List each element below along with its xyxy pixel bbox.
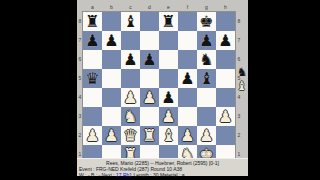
square-a3[interactable] bbox=[83, 107, 102, 126]
coord-label-c: c bbox=[121, 3, 140, 11]
piece-white-pawn[interactable]: ♟ bbox=[142, 88, 156, 107]
square-b6[interactable] bbox=[102, 50, 121, 69]
square-g8[interactable]: ♚ bbox=[197, 12, 216, 31]
square-f4[interactable] bbox=[178, 88, 197, 107]
square-h2[interactable] bbox=[216, 126, 235, 145]
square-f8[interactable] bbox=[178, 12, 197, 31]
square-e6[interactable] bbox=[159, 50, 178, 69]
piece-white-pawn[interactable]: ♟ bbox=[180, 126, 194, 145]
coord-label-b: b bbox=[102, 3, 121, 11]
square-e7[interactable] bbox=[159, 31, 178, 50]
square-c3[interactable]: ♞ bbox=[121, 107, 140, 126]
square-b5[interactable] bbox=[102, 69, 121, 88]
piece-white-pawn[interactable]: ♟ bbox=[199, 126, 213, 145]
square-d4[interactable]: ♟ bbox=[140, 88, 159, 107]
square-c2[interactable]: ♛ bbox=[121, 126, 140, 145]
square-b2[interactable]: ♟ bbox=[102, 126, 121, 145]
coord-label-f: f bbox=[178, 3, 197, 11]
piece-white-pawn[interactable]: ♟ bbox=[161, 107, 175, 126]
square-f3[interactable] bbox=[178, 107, 197, 126]
coord-label-2: 2 bbox=[236, 126, 242, 145]
chess-board: ♜♝♜♚♟♟♟♟♟♟♞♛♟♝♟♟♟♞♟♟♟♟♛♜♝♟♟♜♞♚ bbox=[83, 12, 235, 164]
square-d7[interactable] bbox=[140, 31, 159, 50]
piece-white-rook[interactable]: ♜ bbox=[142, 126, 156, 145]
square-b8[interactable] bbox=[102, 12, 121, 31]
square-g6[interactable]: ♞ bbox=[197, 50, 216, 69]
square-g4[interactable] bbox=[197, 88, 216, 107]
square-a7[interactable]: ♟ bbox=[83, 31, 102, 50]
piece-white-pawn[interactable]: ♟ bbox=[123, 88, 137, 107]
square-a4[interactable] bbox=[83, 88, 102, 107]
square-a8[interactable]: ♜ bbox=[83, 12, 102, 31]
coord-label-e: e bbox=[159, 3, 178, 11]
coord-label-3: 3 bbox=[236, 107, 242, 126]
piece-black-queen[interactable]: ♛ bbox=[85, 69, 99, 88]
next-move-label: 17.Rb1 bbox=[116, 172, 132, 178]
square-a5[interactable]: ♛ bbox=[83, 69, 102, 88]
square-e3[interactable]: ♟ bbox=[159, 107, 178, 126]
piece-white-queen[interactable]: ♛ bbox=[123, 126, 137, 145]
piece-black-bishop[interactable]: ♝ bbox=[199, 69, 213, 88]
square-d8[interactable] bbox=[140, 12, 159, 31]
piece-black-pawn[interactable]: ♟ bbox=[161, 88, 175, 107]
square-e5[interactable] bbox=[159, 69, 178, 88]
captured-pieces-tray: ♞♝ bbox=[236, 65, 248, 95]
coord-label-d: d bbox=[140, 3, 159, 11]
piece-black-pawn[interactable]: ♟ bbox=[218, 31, 232, 50]
captured-white-bishop-icon: ♝ bbox=[237, 79, 248, 93]
piece-white-pawn[interactable]: ♟ bbox=[218, 107, 232, 126]
square-d3[interactable] bbox=[140, 107, 159, 126]
square-f6[interactable] bbox=[178, 50, 197, 69]
coord-label-h: h bbox=[216, 3, 235, 11]
piece-white-pawn[interactable]: ♟ bbox=[85, 126, 99, 145]
captured-black-knight-icon: ♞ bbox=[237, 65, 248, 79]
square-h4[interactable] bbox=[216, 88, 235, 107]
square-f5[interactable]: ♟ bbox=[178, 69, 197, 88]
game-info-bar: Rees, Mario (2285) -- Huebner, Robert (2… bbox=[77, 158, 248, 176]
square-e8[interactable]: ♜ bbox=[159, 12, 178, 31]
piece-black-king[interactable]: ♚ bbox=[199, 12, 213, 31]
piece-black-pawn[interactable]: ♟ bbox=[85, 31, 99, 50]
piece-black-pawn[interactable]: ♟ bbox=[142, 50, 156, 69]
square-f2[interactable]: ♟ bbox=[178, 126, 197, 145]
square-d2[interactable]: ♜ bbox=[140, 126, 159, 145]
video-frame: abcdefgh abcdefgh 87654321 87654321 ♜♝♜♚… bbox=[0, 0, 320, 180]
square-c6[interactable]: ♟ bbox=[121, 50, 140, 69]
square-b4[interactable] bbox=[102, 88, 121, 107]
square-g7[interactable]: ♟ bbox=[197, 31, 216, 50]
piece-black-pawn[interactable]: ♟ bbox=[199, 31, 213, 50]
coord-label-g: g bbox=[197, 3, 216, 11]
piece-black-rook[interactable]: ♜ bbox=[161, 12, 175, 31]
piece-white-bishop[interactable]: ♝ bbox=[161, 126, 175, 145]
square-d6[interactable]: ♟ bbox=[140, 50, 159, 69]
square-d5[interactable] bbox=[140, 69, 159, 88]
piece-black-pawn[interactable]: ♟ bbox=[104, 31, 118, 50]
square-h7[interactable]: ♟ bbox=[216, 31, 235, 50]
coord-label-8: 8 bbox=[236, 12, 242, 31]
square-b7[interactable]: ♟ bbox=[102, 31, 121, 50]
coord-label-7: 7 bbox=[236, 31, 242, 50]
square-c4[interactable]: ♟ bbox=[121, 88, 140, 107]
piece-black-pawn[interactable]: ♟ bbox=[180, 69, 194, 88]
piece-black-knight[interactable]: ♞ bbox=[199, 50, 213, 69]
file-labels-top: abcdefgh bbox=[83, 3, 235, 11]
piece-white-knight[interactable]: ♞ bbox=[123, 107, 137, 126]
piece-black-pawn[interactable]: ♟ bbox=[123, 50, 137, 69]
square-h5[interactable] bbox=[216, 69, 235, 88]
square-a2[interactable]: ♟ bbox=[83, 126, 102, 145]
square-e4[interactable]: ♟ bbox=[159, 88, 178, 107]
status-line: W : - B : - Next : 17.Rb1 Length : 30 Ma… bbox=[79, 172, 246, 178]
square-a6[interactable] bbox=[83, 50, 102, 69]
square-c7[interactable] bbox=[121, 31, 140, 50]
square-h3[interactable]: ♟ bbox=[216, 107, 235, 126]
square-f7[interactable] bbox=[178, 31, 197, 50]
square-h8[interactable] bbox=[216, 12, 235, 31]
square-b3[interactable] bbox=[102, 107, 121, 126]
status-right: Length : 30 Material : = bbox=[132, 172, 185, 178]
status-left: W : - B : - Next : bbox=[79, 172, 116, 178]
piece-white-pawn[interactable]: ♟ bbox=[104, 126, 118, 145]
square-g3[interactable] bbox=[197, 107, 216, 126]
square-g5[interactable]: ♝ bbox=[197, 69, 216, 88]
square-c8[interactable]: ♝ bbox=[121, 12, 140, 31]
square-g2[interactable]: ♟ bbox=[197, 126, 216, 145]
square-h6[interactable] bbox=[216, 50, 235, 69]
square-e2[interactable]: ♝ bbox=[159, 126, 178, 145]
piece-black-bishop[interactable]: ♝ bbox=[123, 12, 137, 31]
piece-black-rook[interactable]: ♜ bbox=[85, 12, 99, 31]
coord-label-a: a bbox=[83, 3, 102, 11]
square-c5[interactable] bbox=[121, 69, 140, 88]
